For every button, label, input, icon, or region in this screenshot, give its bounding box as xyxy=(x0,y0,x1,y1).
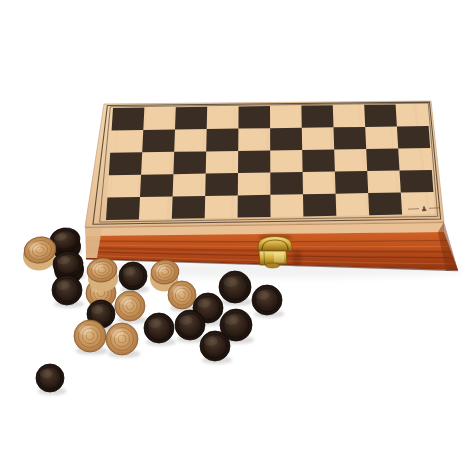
piece-face xyxy=(200,331,230,361)
piece-face xyxy=(74,320,106,352)
piece-face xyxy=(252,285,282,315)
clasp-cast-shadow xyxy=(292,250,302,266)
piece-highlight xyxy=(224,315,238,325)
piece-highlight xyxy=(78,326,91,336)
piece-highlight xyxy=(256,290,270,300)
board-square-dark xyxy=(175,107,207,130)
piece-highlight xyxy=(56,280,70,290)
piece-body xyxy=(252,285,282,315)
board-square-dark xyxy=(205,173,238,196)
board-square-dark xyxy=(301,105,333,128)
piece-body xyxy=(52,275,82,305)
board-square-dark xyxy=(238,195,271,218)
piece-body xyxy=(200,331,230,361)
piece-face xyxy=(106,323,138,355)
clasp-highlight xyxy=(274,253,284,263)
clasp-seam xyxy=(264,252,265,265)
piece-face xyxy=(144,313,174,343)
board-square-dark xyxy=(109,152,142,175)
clasp-arch xyxy=(258,237,292,252)
checker-piece-dark xyxy=(252,285,284,318)
board-square-dark xyxy=(238,150,270,173)
piece-highlight xyxy=(179,315,193,325)
board-square-dark xyxy=(368,193,402,216)
scene-svg: ♟ xyxy=(0,0,462,462)
clasp-tongue xyxy=(266,263,280,268)
checker-piece-dark xyxy=(36,364,66,395)
board-square-dark xyxy=(238,106,270,129)
piece-highlight xyxy=(110,329,123,339)
piece-highlight xyxy=(119,296,132,305)
board-square-dark xyxy=(106,197,140,220)
piece-face xyxy=(119,262,147,290)
piece-highlight xyxy=(223,277,237,287)
piece-face xyxy=(168,281,196,309)
board-square-dark xyxy=(173,151,206,174)
board-square-dark xyxy=(270,128,302,151)
piece-body xyxy=(144,313,174,343)
piece-highlight xyxy=(91,305,104,314)
piece-face xyxy=(219,271,251,303)
logo-pawn-icon: ♟ xyxy=(421,205,428,213)
checker-piece-dark xyxy=(52,275,84,308)
board-square-dark xyxy=(400,170,434,193)
piece-body xyxy=(175,310,205,340)
board-square-dark xyxy=(397,126,430,149)
board-square-dark xyxy=(334,127,367,149)
piece-highlight xyxy=(172,286,184,294)
piece-highlight xyxy=(123,267,136,276)
board-square-dark xyxy=(270,172,303,195)
board-square-dark xyxy=(140,174,173,197)
board-square-dark xyxy=(302,149,335,172)
piece-face xyxy=(175,310,205,340)
board-square-dark xyxy=(303,194,336,217)
board-square-dark xyxy=(366,149,399,172)
checker-piece-dark xyxy=(144,313,176,346)
board-square-dark xyxy=(142,130,175,153)
piece-highlight xyxy=(197,298,211,308)
piece-highlight xyxy=(40,369,53,378)
piece-face xyxy=(52,275,82,305)
board-square-dark xyxy=(172,196,205,219)
piece-body xyxy=(219,271,251,303)
product-photo-stage: ♟ xyxy=(0,0,462,462)
piece-face xyxy=(115,291,145,321)
piece-face xyxy=(36,364,64,392)
board-square-dark xyxy=(364,104,397,127)
piece-highlight xyxy=(148,318,162,328)
piece-body xyxy=(119,262,147,290)
checker-piece-light xyxy=(115,291,147,324)
piece-body xyxy=(36,364,64,392)
piece-highlight xyxy=(204,336,218,346)
board-square-dark xyxy=(335,171,368,194)
checker-piece-light xyxy=(106,323,140,358)
board-square-dark xyxy=(206,129,238,152)
board-square-dark xyxy=(112,108,145,131)
checkerboard-print: ♟ xyxy=(93,102,441,224)
